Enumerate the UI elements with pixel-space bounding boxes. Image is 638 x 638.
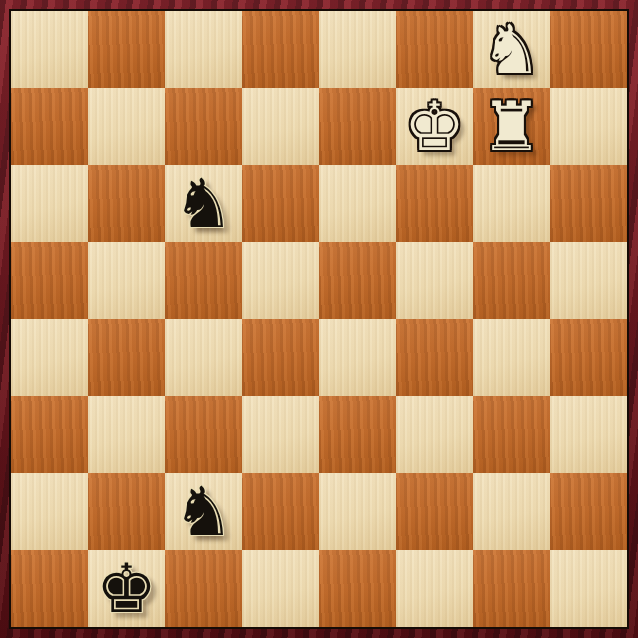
square-f8[interactable] xyxy=(396,11,473,88)
square-a3[interactable] xyxy=(11,396,88,473)
square-e4[interactable] xyxy=(319,319,396,396)
square-g8[interactable]: ♞ xyxy=(473,11,550,88)
square-b1[interactable]: ♚ xyxy=(88,550,165,627)
piece-black-king[interactable]: ♚ xyxy=(96,550,157,627)
square-g3[interactable] xyxy=(473,396,550,473)
square-d1[interactable] xyxy=(242,550,319,627)
square-d8[interactable] xyxy=(242,11,319,88)
square-a2[interactable] xyxy=(11,473,88,550)
square-c4[interactable] xyxy=(165,319,242,396)
square-h4[interactable] xyxy=(550,319,627,396)
square-d2[interactable] xyxy=(242,473,319,550)
square-c2[interactable]: ♞ xyxy=(165,473,242,550)
square-d3[interactable] xyxy=(242,396,319,473)
square-a4[interactable] xyxy=(11,319,88,396)
square-a5[interactable] xyxy=(11,242,88,319)
square-c1[interactable] xyxy=(165,550,242,627)
piece-black-knight[interactable]: ♞ xyxy=(173,473,234,550)
square-h6[interactable] xyxy=(550,165,627,242)
square-b6[interactable] xyxy=(88,165,165,242)
chess-board: ♞♚♜♞♞♚ xyxy=(9,9,629,629)
square-h3[interactable] xyxy=(550,396,627,473)
square-g5[interactable] xyxy=(473,242,550,319)
square-h1[interactable] xyxy=(550,550,627,627)
square-c8[interactable] xyxy=(165,11,242,88)
square-f7[interactable]: ♚ xyxy=(396,88,473,165)
square-b4[interactable] xyxy=(88,319,165,396)
square-e8[interactable] xyxy=(319,11,396,88)
square-c6[interactable]: ♞ xyxy=(165,165,242,242)
square-f3[interactable] xyxy=(396,396,473,473)
board-frame: ♞♚♜♞♞♚ xyxy=(0,0,638,638)
piece-white-king[interactable]: ♚ xyxy=(404,88,465,165)
square-g1[interactable] xyxy=(473,550,550,627)
square-h5[interactable] xyxy=(550,242,627,319)
square-c7[interactable] xyxy=(165,88,242,165)
square-d7[interactable] xyxy=(242,88,319,165)
square-c5[interactable] xyxy=(165,242,242,319)
square-f2[interactable] xyxy=(396,473,473,550)
square-f6[interactable] xyxy=(396,165,473,242)
square-g2[interactable] xyxy=(473,473,550,550)
square-g6[interactable] xyxy=(473,165,550,242)
square-e2[interactable] xyxy=(319,473,396,550)
square-f5[interactable] xyxy=(396,242,473,319)
square-b3[interactable] xyxy=(88,396,165,473)
piece-black-knight[interactable]: ♞ xyxy=(173,165,234,242)
square-e5[interactable] xyxy=(319,242,396,319)
square-e1[interactable] xyxy=(319,550,396,627)
square-a1[interactable] xyxy=(11,550,88,627)
square-a7[interactable] xyxy=(11,88,88,165)
square-d5[interactable] xyxy=(242,242,319,319)
square-b5[interactable] xyxy=(88,242,165,319)
square-e3[interactable] xyxy=(319,396,396,473)
square-b8[interactable] xyxy=(88,11,165,88)
square-b7[interactable] xyxy=(88,88,165,165)
square-g7[interactable]: ♜ xyxy=(473,88,550,165)
square-h2[interactable] xyxy=(550,473,627,550)
square-g4[interactable] xyxy=(473,319,550,396)
square-h7[interactable] xyxy=(550,88,627,165)
square-f1[interactable] xyxy=(396,550,473,627)
square-b2[interactable] xyxy=(88,473,165,550)
piece-white-rook[interactable]: ♜ xyxy=(481,88,542,165)
square-c3[interactable] xyxy=(165,396,242,473)
square-e7[interactable] xyxy=(319,88,396,165)
square-a8[interactable] xyxy=(11,11,88,88)
square-a6[interactable] xyxy=(11,165,88,242)
square-f4[interactable] xyxy=(396,319,473,396)
square-e6[interactable] xyxy=(319,165,396,242)
square-h8[interactable] xyxy=(550,11,627,88)
piece-white-knight[interactable]: ♞ xyxy=(481,11,542,88)
square-d6[interactable] xyxy=(242,165,319,242)
square-d4[interactable] xyxy=(242,319,319,396)
